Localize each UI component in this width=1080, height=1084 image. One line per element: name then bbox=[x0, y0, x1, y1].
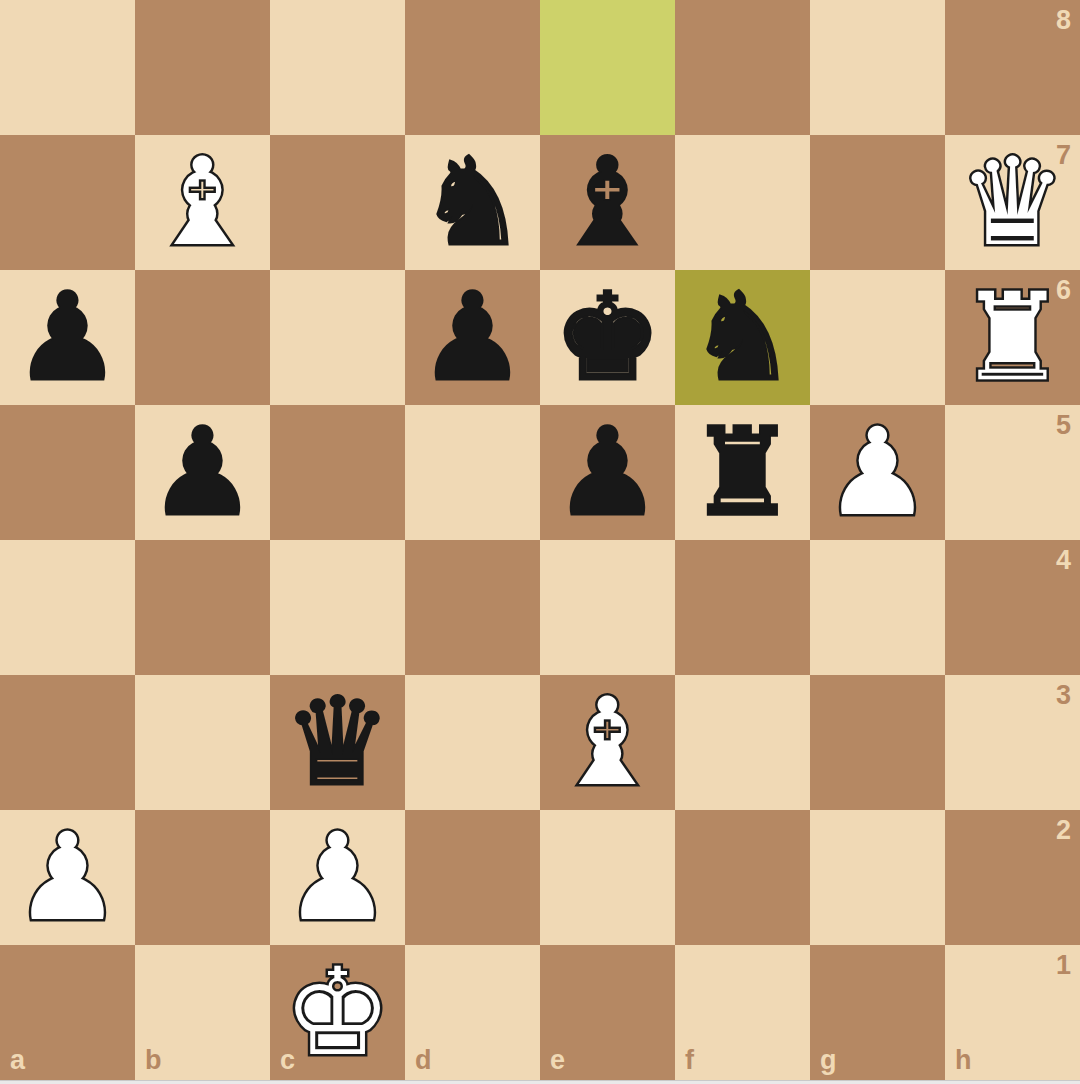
piece-white-king[interactable]: ♚ bbox=[283, 945, 391, 1080]
square-c2[interactable]: ♟ bbox=[270, 810, 405, 945]
piece-white-queen[interactable]: ♛ bbox=[958, 135, 1066, 270]
square-d3[interactable] bbox=[405, 675, 540, 810]
rank-label-3: 3 bbox=[1056, 682, 1071, 709]
square-g7[interactable] bbox=[810, 135, 945, 270]
rank-label-5: 5 bbox=[1056, 412, 1071, 439]
square-d8[interactable] bbox=[405, 0, 540, 135]
square-b1[interactable]: b bbox=[135, 945, 270, 1080]
piece-black-knight[interactable]: ♞ bbox=[418, 135, 526, 270]
square-a2[interactable]: ♟ bbox=[0, 810, 135, 945]
piece-white-pawn[interactable]: ♟ bbox=[13, 810, 121, 945]
square-f7[interactable] bbox=[675, 135, 810, 270]
file-label-g: g bbox=[820, 1047, 837, 1074]
square-c6[interactable] bbox=[270, 270, 405, 405]
file-label-c: c bbox=[280, 1047, 295, 1074]
square-a6[interactable]: ♟ bbox=[0, 270, 135, 405]
rank-label-4: 4 bbox=[1056, 547, 1071, 574]
piece-black-bishop[interactable]: ♝ bbox=[553, 135, 661, 270]
piece-white-bishop[interactable]: ♝ bbox=[553, 675, 661, 810]
square-h6[interactable]: 6♜ bbox=[945, 270, 1080, 405]
square-a8[interactable] bbox=[0, 0, 135, 135]
file-label-a: a bbox=[10, 1047, 25, 1074]
piece-black-pawn[interactable]: ♟ bbox=[148, 405, 256, 540]
file-label-e: e bbox=[550, 1047, 565, 1074]
square-a3[interactable] bbox=[0, 675, 135, 810]
square-a1[interactable]: a bbox=[0, 945, 135, 1080]
piece-black-rook[interactable]: ♜ bbox=[688, 405, 796, 540]
rank-label-7: 7 bbox=[1056, 142, 1071, 169]
piece-black-queen[interactable]: ♛ bbox=[283, 675, 391, 810]
square-a4[interactable] bbox=[0, 540, 135, 675]
square-g4[interactable] bbox=[810, 540, 945, 675]
square-g8[interactable] bbox=[810, 0, 945, 135]
square-e4[interactable] bbox=[540, 540, 675, 675]
square-a5[interactable] bbox=[0, 405, 135, 540]
square-d1[interactable]: d bbox=[405, 945, 540, 1080]
square-h4[interactable]: 4 bbox=[945, 540, 1080, 675]
square-b3[interactable] bbox=[135, 675, 270, 810]
square-h8[interactable]: 8 bbox=[945, 0, 1080, 135]
square-c4[interactable] bbox=[270, 540, 405, 675]
rank-label-2: 2 bbox=[1056, 817, 1071, 844]
file-label-f: f bbox=[685, 1047, 694, 1074]
square-b6[interactable] bbox=[135, 270, 270, 405]
square-b4[interactable] bbox=[135, 540, 270, 675]
piece-black-pawn[interactable]: ♟ bbox=[553, 405, 661, 540]
square-e8[interactable] bbox=[540, 0, 675, 135]
piece-white-bishop[interactable]: ♝ bbox=[148, 135, 256, 270]
square-e3[interactable]: ♝ bbox=[540, 675, 675, 810]
chess-board: 8♝♞♝7♛♟♟♚♞6♜♟♟♜♟54♛♝3♟♟2abc♚defg1h bbox=[0, 0, 1080, 1080]
square-e5[interactable]: ♟ bbox=[540, 405, 675, 540]
piece-white-pawn[interactable]: ♟ bbox=[283, 810, 391, 945]
square-b8[interactable] bbox=[135, 0, 270, 135]
square-h5[interactable]: 5 bbox=[945, 405, 1080, 540]
square-f6[interactable]: ♞ bbox=[675, 270, 810, 405]
rank-label-6: 6 bbox=[1056, 277, 1071, 304]
square-e1[interactable]: e bbox=[540, 945, 675, 1080]
square-d6[interactable]: ♟ bbox=[405, 270, 540, 405]
file-label-h: h bbox=[955, 1047, 972, 1074]
rank-label-8: 8 bbox=[1056, 7, 1071, 34]
square-b2[interactable] bbox=[135, 810, 270, 945]
square-d5[interactable] bbox=[405, 405, 540, 540]
square-c8[interactable] bbox=[270, 0, 405, 135]
piece-white-pawn[interactable]: ♟ bbox=[823, 405, 931, 540]
square-h3[interactable]: 3 bbox=[945, 675, 1080, 810]
rank-label-1: 1 bbox=[1056, 952, 1071, 979]
square-f8[interactable] bbox=[675, 0, 810, 135]
file-label-b: b bbox=[145, 1047, 162, 1074]
page-background-strip bbox=[0, 1080, 1080, 1084]
square-c1[interactable]: c♚ bbox=[270, 945, 405, 1080]
square-f2[interactable] bbox=[675, 810, 810, 945]
square-h2[interactable]: 2 bbox=[945, 810, 1080, 945]
square-f3[interactable] bbox=[675, 675, 810, 810]
square-f4[interactable] bbox=[675, 540, 810, 675]
square-f5[interactable]: ♜ bbox=[675, 405, 810, 540]
square-g1[interactable]: g bbox=[810, 945, 945, 1080]
piece-black-king[interactable]: ♚ bbox=[553, 270, 661, 405]
square-g5[interactable]: ♟ bbox=[810, 405, 945, 540]
square-h1[interactable]: 1h bbox=[945, 945, 1080, 1080]
square-c5[interactable] bbox=[270, 405, 405, 540]
piece-black-knight[interactable]: ♞ bbox=[688, 270, 796, 405]
square-c3[interactable]: ♛ bbox=[270, 675, 405, 810]
piece-black-pawn[interactable]: ♟ bbox=[418, 270, 526, 405]
square-b5[interactable]: ♟ bbox=[135, 405, 270, 540]
square-g2[interactable] bbox=[810, 810, 945, 945]
piece-white-rook[interactable]: ♜ bbox=[958, 270, 1066, 405]
square-e7[interactable]: ♝ bbox=[540, 135, 675, 270]
square-e2[interactable] bbox=[540, 810, 675, 945]
square-d7[interactable]: ♞ bbox=[405, 135, 540, 270]
piece-black-pawn[interactable]: ♟ bbox=[13, 270, 121, 405]
square-a7[interactable] bbox=[0, 135, 135, 270]
square-g3[interactable] bbox=[810, 675, 945, 810]
file-label-d: d bbox=[415, 1047, 432, 1074]
square-d4[interactable] bbox=[405, 540, 540, 675]
square-b7[interactable]: ♝ bbox=[135, 135, 270, 270]
square-h7[interactable]: 7♛ bbox=[945, 135, 1080, 270]
square-e6[interactable]: ♚ bbox=[540, 270, 675, 405]
square-d2[interactable] bbox=[405, 810, 540, 945]
square-c7[interactable] bbox=[270, 135, 405, 270]
square-f1[interactable]: f bbox=[675, 945, 810, 1080]
square-g6[interactable] bbox=[810, 270, 945, 405]
